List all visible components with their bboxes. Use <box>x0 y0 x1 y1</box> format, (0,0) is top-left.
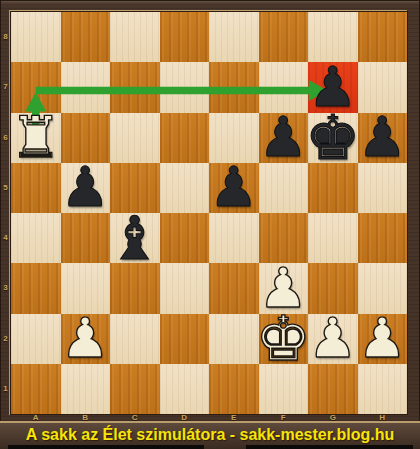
square-a5[interactable] <box>11 163 61 213</box>
square-c7[interactable] <box>110 62 160 112</box>
square-a3[interactable] <box>11 263 61 313</box>
square-b1[interactable] <box>61 364 111 414</box>
white-pawn[interactable]: ♟ <box>358 314 408 364</box>
square-e4[interactable] <box>209 213 259 263</box>
white-king[interactable]: ♚ <box>259 314 309 364</box>
square-a6[interactable]: ♜ <box>11 113 61 163</box>
square-c1[interactable] <box>110 364 160 414</box>
square-b7[interactable] <box>61 62 111 112</box>
black-pawn[interactable]: ♟ <box>358 113 408 163</box>
rank-label-8: 8 <box>0 12 11 62</box>
square-g2[interactable]: ♟ <box>308 314 358 364</box>
white-pawn[interactable]: ♟ <box>308 314 358 364</box>
square-c8[interactable] <box>110 12 160 62</box>
square-h1[interactable] <box>358 364 408 414</box>
chess-diagram: ♟♜♟♚♟♟♟♝♟♟♚♟♟ 87654321 ABCDEFGH A sakk a… <box>0 0 420 449</box>
square-b8[interactable] <box>61 12 111 62</box>
square-f2[interactable]: ♚ <box>259 314 309 364</box>
square-e8[interactable] <box>209 12 259 62</box>
square-d6[interactable] <box>160 113 210 163</box>
black-pawn[interactable]: ♟ <box>61 163 111 213</box>
rank-label-1: 1 <box>0 364 11 414</box>
square-h8[interactable] <box>358 12 408 62</box>
rank-label-4: 4 <box>0 213 11 263</box>
square-h6[interactable]: ♟ <box>358 113 408 163</box>
square-d3[interactable] <box>160 263 210 313</box>
rank-label-5: 5 <box>0 163 11 213</box>
square-c6[interactable] <box>110 113 160 163</box>
black-pawn[interactable]: ♟ <box>259 113 309 163</box>
square-f8[interactable] <box>259 12 309 62</box>
square-b4[interactable] <box>61 213 111 263</box>
square-a4[interactable] <box>11 213 61 263</box>
square-h4[interactable] <box>358 213 408 263</box>
square-c4[interactable]: ♝ <box>110 213 160 263</box>
square-g6[interactable]: ♚ <box>308 113 358 163</box>
square-e2[interactable] <box>209 314 259 364</box>
square-d2[interactable] <box>160 314 210 364</box>
square-e1[interactable] <box>209 364 259 414</box>
square-g1[interactable] <box>308 364 358 414</box>
bottom-edge-shadow-right <box>246 445 413 449</box>
square-d4[interactable] <box>160 213 210 263</box>
square-d1[interactable] <box>160 364 210 414</box>
rank-label-3: 3 <box>0 263 11 313</box>
square-a1[interactable] <box>11 364 61 414</box>
black-bishop[interactable]: ♝ <box>110 213 160 263</box>
square-e7[interactable] <box>209 62 259 112</box>
rank-label-2: 2 <box>0 314 11 364</box>
square-a8[interactable] <box>11 12 61 62</box>
square-c2[interactable] <box>110 314 160 364</box>
black-king[interactable]: ♚ <box>308 113 358 163</box>
square-b2[interactable]: ♟ <box>61 314 111 364</box>
bottom-edge-shadow-left <box>8 445 204 449</box>
white-pawn[interactable]: ♟ <box>61 314 111 364</box>
square-f6[interactable]: ♟ <box>259 113 309 163</box>
square-g4[interactable] <box>308 213 358 263</box>
caption-text: A sakk az Élet szimulátora - sakk-mester… <box>26 426 394 444</box>
square-e5[interactable]: ♟ <box>209 163 259 213</box>
square-d7[interactable] <box>160 62 210 112</box>
square-b5[interactable]: ♟ <box>61 163 111 213</box>
square-h5[interactable] <box>358 163 408 213</box>
square-f5[interactable] <box>259 163 309 213</box>
black-pawn[interactable]: ♟ <box>209 163 259 213</box>
square-a2[interactable] <box>11 314 61 364</box>
square-e3[interactable] <box>209 263 259 313</box>
chess-board[interactable]: ♟♜♟♚♟♟♟♝♟♟♚♟♟ <box>11 12 407 414</box>
square-d5[interactable] <box>160 163 210 213</box>
square-h2[interactable]: ♟ <box>358 314 408 364</box>
white-rook[interactable]: ♜ <box>11 113 61 163</box>
square-d8[interactable] <box>160 12 210 62</box>
